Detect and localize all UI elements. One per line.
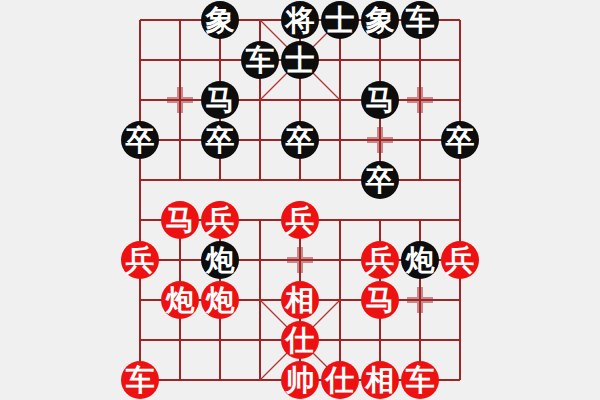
xiangqi-piece-black[interactable]: 车	[241, 41, 279, 79]
xiangqi-piece-red[interactable]: 仕	[281, 321, 319, 359]
xiangqi-piece-red[interactable]: 马	[361, 281, 399, 319]
piece-layer[interactable]: 象将士象车车士马马卒卒卒卒卒炮炮马兵兵兵兵兵炮炮相马仕车帅仕相车	[0, 0, 600, 400]
xiangqi-piece-red[interactable]: 兵	[281, 201, 319, 239]
xiangqi-piece-black[interactable]: 卒	[361, 161, 399, 199]
xiangqi-piece-red[interactable]: 相	[361, 361, 399, 399]
xiangqi-piece-red[interactable]: 车	[401, 361, 439, 399]
xiangqi-piece-black[interactable]: 象	[361, 1, 399, 39]
xiangqi-piece-black[interactable]: 马	[361, 81, 399, 119]
xiangqi-piece-black[interactable]: 马	[201, 81, 239, 119]
xiangqi-piece-red[interactable]: 车	[121, 361, 159, 399]
xiangqi-board[interactable]: 象将士象车车士马马卒卒卒卒卒炮炮马兵兵兵兵兵炮炮相马仕车帅仕相车	[0, 0, 600, 400]
xiangqi-piece-red[interactable]: 兵	[201, 201, 239, 239]
xiangqi-piece-black[interactable]: 卒	[281, 121, 319, 159]
xiangqi-piece-red[interactable]: 兵	[441, 241, 479, 279]
xiangqi-piece-red[interactable]: 帅	[281, 361, 319, 399]
xiangqi-piece-black[interactable]: 将	[281, 1, 319, 39]
xiangqi-piece-black[interactable]: 士	[281, 41, 319, 79]
xiangqi-piece-red[interactable]: 兵	[121, 241, 159, 279]
xiangqi-piece-red[interactable]: 兵	[361, 241, 399, 279]
xiangqi-piece-red[interactable]: 相	[281, 281, 319, 319]
xiangqi-piece-black[interactable]: 炮	[201, 241, 239, 279]
xiangqi-piece-black[interactable]: 士	[321, 1, 359, 39]
xiangqi-piece-black[interactable]: 炮	[401, 241, 439, 279]
xiangqi-piece-black[interactable]: 卒	[121, 121, 159, 159]
xiangqi-piece-black[interactable]: 卒	[441, 121, 479, 159]
xiangqi-piece-red[interactable]: 炮	[161, 281, 199, 319]
xiangqi-piece-red[interactable]: 炮	[201, 281, 239, 319]
xiangqi-piece-red[interactable]: 马	[161, 201, 199, 239]
xiangqi-piece-black[interactable]: 象	[201, 1, 239, 39]
xiangqi-piece-red[interactable]: 仕	[321, 361, 359, 399]
xiangqi-piece-black[interactable]: 卒	[201, 121, 239, 159]
xiangqi-piece-black[interactable]: 车	[401, 1, 439, 39]
